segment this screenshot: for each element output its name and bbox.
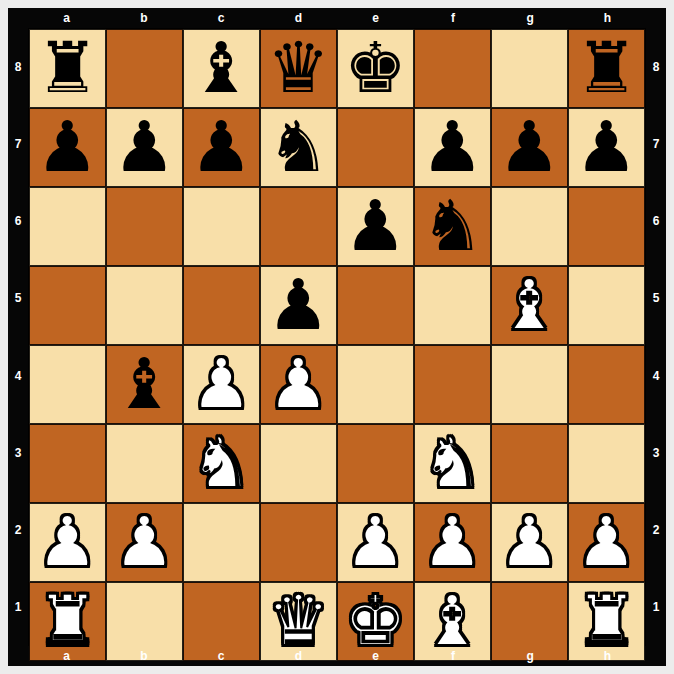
square-e4[interactable]	[337, 345, 414, 424]
square-c2[interactable]	[183, 503, 260, 582]
square-g4[interactable]	[491, 345, 568, 424]
file-label-b: b	[105, 646, 182, 666]
square-d7[interactable]: ♞	[260, 108, 337, 187]
square-b3[interactable]	[106, 424, 183, 503]
square-c7[interactable]: ♟	[183, 108, 260, 187]
rank-label-7: 7	[8, 105, 28, 182]
rank-label-3: 3	[8, 414, 28, 491]
square-b7[interactable]: ♟	[106, 108, 183, 187]
square-e2[interactable]: ♟	[337, 503, 414, 582]
black-piece-n-d7: ♞	[267, 109, 330, 186]
file-label-a: a	[28, 646, 105, 666]
black-piece-p-c7: ♟	[190, 109, 253, 186]
square-b8[interactable]	[106, 29, 183, 108]
square-e3[interactable]	[337, 424, 414, 503]
file-labels-bottom: abcdefgh	[8, 646, 666, 666]
square-b4[interactable]: ♝	[106, 345, 183, 424]
square-f8[interactable]	[414, 29, 491, 108]
rank-label-4: 4	[646, 337, 666, 414]
rank-labels-left: 87654321	[8, 28, 28, 646]
black-piece-n-f6: ♞	[421, 188, 484, 265]
black-piece-p-h7: ♟	[575, 109, 638, 186]
white-piece-p-a2: ♟	[36, 504, 99, 581]
file-label-c: c	[183, 8, 260, 28]
square-c8[interactable]: ♝	[183, 29, 260, 108]
square-a6[interactable]	[29, 187, 106, 266]
square-g6[interactable]	[491, 187, 568, 266]
black-piece-p-e6: ♟	[344, 188, 407, 265]
white-piece-p-b2: ♟	[113, 504, 176, 581]
square-e7[interactable]	[337, 108, 414, 187]
file-label-h: h	[569, 646, 646, 666]
file-label-f: f	[414, 646, 491, 666]
rank-label-1: 1	[8, 569, 28, 646]
rank-label-5: 5	[646, 260, 666, 337]
black-piece-p-b7: ♟	[113, 109, 176, 186]
file-label-h: h	[569, 8, 646, 28]
board-middle-band: 87654321 ♜♝♛♚♜♟♟♟♞♟♟♟♟♞♟♝♝♟♟♞♞♟♟♟♟♟♟♜♛♚♝…	[8, 28, 666, 646]
square-a5[interactable]	[29, 266, 106, 345]
black-piece-p-g7: ♟	[498, 109, 561, 186]
white-piece-p-g2: ♟	[498, 504, 561, 581]
rank-label-3: 3	[646, 414, 666, 491]
square-e5[interactable]	[337, 266, 414, 345]
rank-label-2: 2	[646, 492, 666, 569]
black-piece-b-c8: ♝	[190, 30, 253, 107]
square-d6[interactable]	[260, 187, 337, 266]
rank-label-2: 2	[8, 492, 28, 569]
chess-board: ♜♝♛♚♜♟♟♟♞♟♟♟♟♞♟♝♝♟♟♞♞♟♟♟♟♟♟♜♛♚♝♜	[28, 28, 646, 646]
black-piece-p-f7: ♟	[421, 109, 484, 186]
square-c3[interactable]: ♞	[183, 424, 260, 503]
square-g3[interactable]	[491, 424, 568, 503]
square-e8[interactable]: ♚	[337, 29, 414, 108]
square-e6[interactable]: ♟	[337, 187, 414, 266]
square-g5[interactable]: ♝	[491, 266, 568, 345]
square-b2[interactable]: ♟	[106, 503, 183, 582]
square-g7[interactable]: ♟	[491, 108, 568, 187]
square-d8[interactable]: ♛	[260, 29, 337, 108]
rank-labels-right: 87654321	[646, 28, 666, 646]
square-a8[interactable]: ♜	[29, 29, 106, 108]
black-piece-b-b4: ♝	[113, 346, 176, 423]
white-piece-n-c3: ♞	[190, 425, 253, 502]
square-a3[interactable]	[29, 424, 106, 503]
square-g2[interactable]: ♟	[491, 503, 568, 582]
file-label-b: b	[105, 8, 182, 28]
square-a4[interactable]	[29, 345, 106, 424]
square-d4[interactable]: ♟	[260, 345, 337, 424]
rank-label-5: 5	[8, 260, 28, 337]
rank-label-4: 4	[8, 337, 28, 414]
black-piece-p-a7: ♟	[36, 109, 99, 186]
square-f7[interactable]: ♟	[414, 108, 491, 187]
rank-label-6: 6	[646, 183, 666, 260]
page-background: { "game": "chess", "position": "r1bqk2r/…	[0, 0, 674, 674]
square-c6[interactable]	[183, 187, 260, 266]
white-piece-p-h2: ♟	[575, 504, 638, 581]
file-label-g: g	[492, 646, 569, 666]
file-labels-top: abcdefgh	[8, 8, 666, 28]
square-a7[interactable]: ♟	[29, 108, 106, 187]
white-piece-n-f3: ♞	[421, 425, 484, 502]
file-label-a: a	[28, 8, 105, 28]
square-h5[interactable]	[568, 266, 645, 345]
square-h6[interactable]	[568, 187, 645, 266]
square-h7[interactable]: ♟	[568, 108, 645, 187]
rank-label-6: 6	[8, 183, 28, 260]
black-piece-k-e8: ♚	[344, 30, 407, 107]
black-piece-r-h8: ♜	[575, 30, 638, 107]
square-h3[interactable]	[568, 424, 645, 503]
square-h2[interactable]: ♟	[568, 503, 645, 582]
file-label-c: c	[183, 646, 260, 666]
square-f6[interactable]: ♞	[414, 187, 491, 266]
file-label-g: g	[492, 8, 569, 28]
square-f2[interactable]: ♟	[414, 503, 491, 582]
square-b5[interactable]	[106, 266, 183, 345]
rank-label-8: 8	[8, 28, 28, 105]
square-c5[interactable]	[183, 266, 260, 345]
square-h8[interactable]: ♜	[568, 29, 645, 108]
square-f3[interactable]: ♞	[414, 424, 491, 503]
square-g8[interactable]	[491, 29, 568, 108]
white-piece-p-f2: ♟	[421, 504, 484, 581]
square-a2[interactable]: ♟	[29, 503, 106, 582]
file-label-d: d	[260, 8, 337, 28]
square-c4[interactable]: ♟	[183, 345, 260, 424]
white-piece-p-c4: ♟	[190, 346, 253, 423]
rank-label-8: 8	[646, 28, 666, 105]
white-piece-p-d4: ♟	[267, 346, 330, 423]
black-piece-r-a8: ♜	[36, 30, 99, 107]
square-d5[interactable]: ♟	[260, 266, 337, 345]
file-label-e: e	[337, 646, 414, 666]
file-label-f: f	[414, 8, 491, 28]
rank-label-7: 7	[646, 105, 666, 182]
square-f5[interactable]	[414, 266, 491, 345]
rank-label-1: 1	[646, 569, 666, 646]
board-frame: abcdefgh 87654321 ♜♝♛♚♜♟♟♟♞♟♟♟♟♞♟♝♝♟♟♞♞♟…	[8, 8, 666, 666]
white-piece-b-g5: ♝	[498, 267, 561, 344]
white-piece-p-e2: ♟	[344, 504, 407, 581]
square-d2[interactable]	[260, 503, 337, 582]
file-label-d: d	[260, 646, 337, 666]
square-b6[interactable]	[106, 187, 183, 266]
black-piece-p-d5: ♟	[267, 267, 330, 344]
file-label-e: e	[337, 8, 414, 28]
square-d3[interactable]	[260, 424, 337, 503]
square-f4[interactable]	[414, 345, 491, 424]
square-h4[interactable]	[568, 345, 645, 424]
black-piece-q-d8: ♛	[267, 30, 330, 107]
